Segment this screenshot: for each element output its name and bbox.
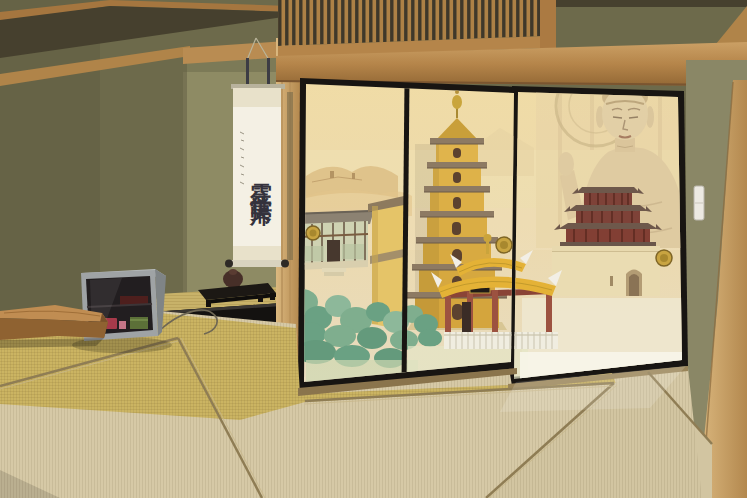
hikite-door-pull: [306, 226, 320, 240]
scroll-top-band: [233, 88, 281, 108]
fusuma-divider: [404, 82, 407, 386]
wood-bench: [0, 305, 108, 348]
room-scene: [0, 0, 747, 498]
roller-knob: [225, 260, 233, 268]
scroll-strap: [267, 58, 270, 88]
hikite-door-pull: [656, 250, 672, 266]
fusuma-mural: [286, 66, 688, 390]
fusuma-wall: [286, 66, 688, 390]
city-wall-top: [552, 246, 660, 252]
gate-finial: [484, 234, 492, 242]
roller-knob: [281, 260, 289, 268]
city-wall: [552, 252, 660, 296]
scroll-bottom-band: [233, 246, 281, 261]
watchtower: [330, 171, 334, 178]
room-photo: 霊往実帰: [0, 0, 747, 498]
scroll-paper: [233, 107, 281, 247]
scroll-shadow: [287, 92, 293, 260]
hikite-door-pull: [496, 237, 512, 253]
scroll-roller: [228, 260, 286, 267]
scroll-strap: [246, 58, 249, 88]
watchtower: [352, 173, 355, 179]
ranma-post: [540, 0, 556, 52]
buddha-hand: [558, 152, 574, 176]
